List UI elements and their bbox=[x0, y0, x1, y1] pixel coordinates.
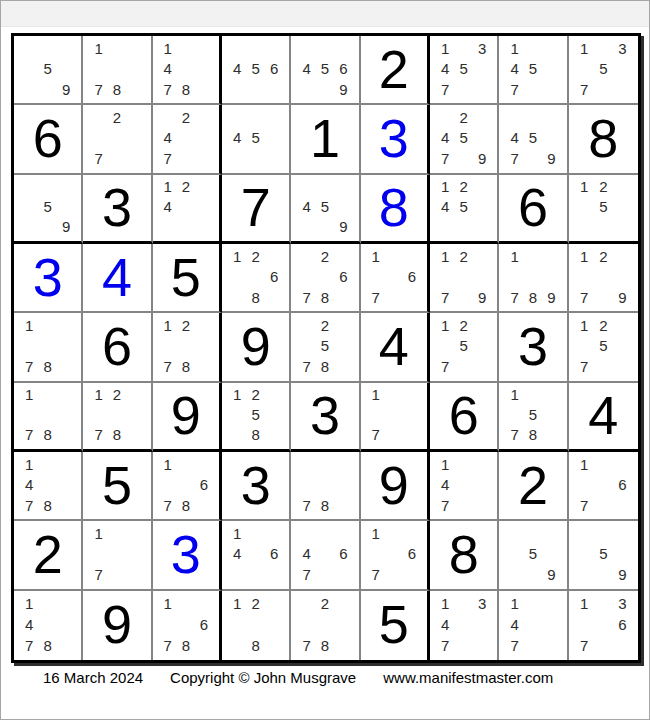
candidate-empty bbox=[177, 148, 195, 168]
candidate-digit: 4 bbox=[436, 474, 454, 494]
candidate-empty bbox=[385, 564, 403, 584]
cell-r7c7[interactable]: 147 bbox=[430, 452, 499, 521]
candidate-empty bbox=[159, 614, 177, 635]
candidate-empty bbox=[575, 217, 594, 237]
candidate-empty bbox=[228, 405, 246, 425]
candidate-empty bbox=[613, 266, 632, 286]
candidate-empty bbox=[367, 544, 385, 564]
cell-r3c9[interactable]: 125 bbox=[569, 175, 638, 244]
candidate-empty bbox=[454, 38, 472, 58]
candidate-empty bbox=[524, 385, 542, 405]
candidate-digit: 1 bbox=[436, 593, 454, 614]
candidate-digit: 1 bbox=[505, 593, 523, 614]
candidate-digit: 8 bbox=[108, 79, 126, 99]
candidate-digit: 3 bbox=[473, 38, 491, 58]
candidate-empty bbox=[594, 564, 613, 584]
candidate-empty bbox=[195, 495, 213, 515]
cell-r6c9[interactable]: 4 bbox=[569, 383, 638, 452]
candidate-empty bbox=[38, 454, 56, 474]
candidate-empty bbox=[57, 356, 75, 376]
cell-r7c4[interactable]: 3 bbox=[222, 452, 291, 521]
candidate-empty bbox=[38, 614, 56, 635]
candidate-empty bbox=[367, 405, 385, 425]
candidate-empty bbox=[367, 266, 385, 286]
cell-r4c1[interactable]: 3 bbox=[14, 244, 83, 313]
cell-r5c9[interactable]: 1257 bbox=[569, 313, 638, 382]
candidate-empty bbox=[575, 544, 594, 564]
candidate-empty bbox=[20, 58, 38, 78]
candidate-digit: 1 bbox=[159, 593, 177, 614]
cell-r9c8[interactable]: 147 bbox=[499, 591, 568, 660]
candidate-digit: 7 bbox=[89, 425, 107, 445]
candidate-empty bbox=[195, 336, 213, 356]
cell-r3c3[interactable]: 124 bbox=[153, 175, 222, 244]
candidates: 1278 bbox=[153, 313, 219, 380]
candidate-digit: 5 bbox=[524, 58, 542, 78]
candidate-digit: 8 bbox=[177, 79, 195, 99]
cell-r5c6[interactable]: 4 bbox=[361, 313, 430, 382]
candidate-digit: 6 bbox=[265, 58, 283, 78]
cell-r4c6[interactable]: 167 bbox=[361, 244, 430, 313]
candidate-empty bbox=[89, 405, 107, 425]
candidate-empty bbox=[385, 425, 403, 445]
candidate-digit: 5 bbox=[524, 128, 542, 148]
candidate-digit: 4 bbox=[20, 614, 38, 635]
candidate-empty bbox=[265, 385, 283, 405]
candidate-digit: 9 bbox=[57, 79, 75, 99]
candidate-empty bbox=[195, 217, 213, 237]
candidate-empty bbox=[297, 614, 315, 635]
candidate-digit: 7 bbox=[367, 425, 385, 445]
candidate-empty bbox=[524, 593, 542, 614]
candidate-empty bbox=[177, 217, 195, 237]
cell-r6c8[interactable]: 1578 bbox=[499, 383, 568, 452]
candidate-empty bbox=[228, 287, 246, 307]
candidate-empty bbox=[126, 38, 144, 58]
candidate-empty bbox=[542, 128, 560, 148]
cell-r7c3[interactable]: 1678 bbox=[153, 452, 222, 521]
candidate-digit: 1 bbox=[20, 454, 38, 474]
cell-r1c5[interactable]: 4569 bbox=[291, 36, 360, 105]
candidate-digit: 7 bbox=[20, 635, 38, 656]
cell-r9c6[interactable]: 5 bbox=[361, 591, 430, 660]
cell-r3c8[interactable]: 6 bbox=[499, 175, 568, 244]
cell-r8c6[interactable]: 167 bbox=[361, 521, 430, 590]
candidate-digit: 8 bbox=[177, 635, 195, 656]
candidates: 178 bbox=[83, 36, 150, 103]
candidate-digit: 7 bbox=[159, 79, 177, 99]
candidates: 1268 bbox=[222, 244, 289, 311]
candidate-empty bbox=[594, 454, 613, 474]
candidate-empty bbox=[594, 474, 613, 494]
candidate-empty bbox=[38, 315, 56, 335]
candidate-empty bbox=[542, 614, 560, 635]
candidate-empty bbox=[177, 58, 195, 78]
candidate-empty bbox=[57, 593, 75, 614]
candidate-digit: 7 bbox=[575, 356, 594, 376]
candidate-digit: 7 bbox=[367, 287, 385, 307]
candidate-empty bbox=[505, 523, 523, 543]
candidate-empty bbox=[126, 564, 144, 584]
candidate-empty bbox=[613, 544, 632, 564]
candidate-empty bbox=[524, 635, 542, 656]
cell-r1c8[interactable]: 1457 bbox=[499, 36, 568, 105]
candidate-empty bbox=[473, 128, 491, 148]
cell-r3c5[interactable]: 459 bbox=[291, 175, 360, 244]
candidate-empty bbox=[57, 474, 75, 494]
cell-r1c7[interactable]: 13457 bbox=[430, 36, 499, 105]
candidate-digit: 1 bbox=[367, 385, 385, 405]
candidate-digit: 6 bbox=[403, 544, 421, 564]
candidate-empty bbox=[542, 107, 560, 127]
cell-r6c3[interactable]: 9 bbox=[153, 383, 222, 452]
cell-r5c5[interactable]: 2578 bbox=[291, 313, 360, 382]
candidate-empty bbox=[575, 266, 594, 286]
cell-r6c6[interactable]: 17 bbox=[361, 383, 430, 452]
candidate-empty bbox=[195, 593, 213, 614]
candidate-digit: 2 bbox=[177, 315, 195, 335]
candidate-empty bbox=[246, 523, 264, 543]
candidate-empty bbox=[228, 425, 246, 445]
candidate-empty bbox=[454, 635, 472, 656]
cell-r6c7[interactable]: 6 bbox=[430, 383, 499, 452]
candidate-digit: 1 bbox=[575, 315, 594, 335]
candidate-empty bbox=[473, 79, 491, 99]
given-digit: 6 bbox=[518, 180, 548, 234]
candidate-empty bbox=[57, 635, 75, 656]
candidate-digit: 7 bbox=[297, 635, 315, 656]
candidate-empty bbox=[542, 593, 560, 614]
candidate-digit: 2 bbox=[246, 593, 264, 614]
candidate-digit: 5 bbox=[454, 197, 472, 217]
candidate-digit: 4 bbox=[20, 474, 38, 494]
candidate-empty bbox=[524, 79, 542, 99]
candidate-digit: 7 bbox=[367, 564, 385, 584]
footer-date: 16 March 2024 bbox=[43, 669, 143, 686]
candidate-empty bbox=[454, 356, 472, 376]
candidate-digit: 1 bbox=[575, 246, 594, 266]
candidate-empty bbox=[473, 266, 491, 286]
given-digit: 7 bbox=[241, 180, 271, 234]
candidate-digit: 1 bbox=[159, 177, 177, 197]
cell-r4c2[interactable]: 4 bbox=[83, 244, 152, 313]
candidate-digit: 6 bbox=[265, 266, 283, 286]
candidate-digit: 1 bbox=[436, 177, 454, 197]
candidate-digit: 2 bbox=[454, 246, 472, 266]
candidate-digit: 7 bbox=[159, 495, 177, 515]
given-digit: 8 bbox=[588, 111, 618, 165]
candidate-digit: 3 bbox=[613, 38, 632, 58]
candidate-empty bbox=[454, 287, 472, 307]
cell-r1c9[interactable]: 1357 bbox=[569, 36, 638, 105]
candidate-digit: 9 bbox=[57, 217, 75, 237]
candidate-empty bbox=[613, 246, 632, 266]
cell-r6c4[interactable]: 1258 bbox=[222, 383, 291, 452]
cell-r6c1[interactable]: 178 bbox=[14, 383, 83, 452]
candidate-digit: 2 bbox=[594, 315, 613, 335]
candidates: 2578 bbox=[291, 313, 358, 380]
candidate-empty bbox=[524, 564, 542, 584]
candidate-digit: 1 bbox=[228, 523, 246, 543]
cell-r3c7[interactable]: 1245 bbox=[430, 175, 499, 244]
candidates: 278 bbox=[291, 591, 358, 660]
candidate-digit: 5 bbox=[316, 58, 334, 78]
candidate-digit: 5 bbox=[246, 58, 264, 78]
cell-r9c2[interactable]: 9 bbox=[83, 591, 152, 660]
candidate-empty bbox=[505, 564, 523, 584]
candidate-digit: 5 bbox=[316, 197, 334, 217]
candidate-empty bbox=[108, 523, 126, 543]
cell-r2c3[interactable]: 247 bbox=[153, 105, 222, 174]
candidate-empty bbox=[177, 454, 195, 474]
cell-r2c2[interactable]: 27 bbox=[83, 105, 152, 174]
cell-r2c9[interactable]: 8 bbox=[569, 105, 638, 174]
cell-r1c6[interactable]: 2 bbox=[361, 36, 430, 105]
given-digit: 1 bbox=[310, 111, 340, 165]
candidate-empty bbox=[594, 287, 613, 307]
candidates: 1478 bbox=[14, 591, 81, 660]
cell-r4c9[interactable]: 1279 bbox=[569, 244, 638, 313]
cell-r3c4[interactable]: 7 bbox=[222, 175, 291, 244]
candidate-empty bbox=[613, 635, 632, 656]
cell-r8c7[interactable]: 8 bbox=[430, 521, 499, 590]
candidate-empty bbox=[613, 315, 632, 335]
candidate-empty bbox=[436, 107, 454, 127]
candidate-digit: 1 bbox=[436, 454, 454, 474]
candidate-empty bbox=[57, 315, 75, 335]
candidate-empty bbox=[505, 544, 523, 564]
candidate-empty bbox=[159, 336, 177, 356]
candidate-empty bbox=[334, 593, 352, 614]
candidate-empty bbox=[297, 246, 315, 266]
candidate-empty bbox=[334, 38, 352, 58]
candidates: 78 bbox=[291, 452, 358, 519]
candidates: 59 bbox=[14, 175, 81, 241]
candidate-empty bbox=[126, 148, 144, 168]
candidate-empty bbox=[542, 38, 560, 58]
cell-r2c1[interactable]: 6 bbox=[14, 105, 83, 174]
candidate-empty bbox=[473, 495, 491, 515]
entered-digit: 3 bbox=[171, 527, 201, 581]
candidate-digit: 6 bbox=[403, 266, 421, 286]
candidate-empty bbox=[89, 58, 107, 78]
cell-r5c1[interactable]: 178 bbox=[14, 313, 83, 382]
given-digit: 5 bbox=[379, 597, 409, 651]
candidate-empty bbox=[454, 454, 472, 474]
candidate-empty bbox=[473, 635, 491, 656]
candidates: 146 bbox=[222, 521, 289, 588]
candidate-empty bbox=[316, 474, 334, 494]
candidates: 178 bbox=[14, 313, 81, 380]
cell-r7c1[interactable]: 1478 bbox=[14, 452, 83, 521]
candidate-empty bbox=[195, 454, 213, 474]
cell-r8c8[interactable]: 59 bbox=[499, 521, 568, 590]
candidate-empty bbox=[108, 38, 126, 58]
candidates: 1278 bbox=[83, 383, 150, 449]
candidate-empty bbox=[228, 614, 246, 635]
cell-r3c1[interactable]: 59 bbox=[14, 175, 83, 244]
candidate-empty bbox=[594, 38, 613, 58]
candidate-empty bbox=[246, 38, 264, 58]
candidate-digit: 5 bbox=[246, 405, 264, 425]
candidates: 167 bbox=[569, 452, 638, 519]
candidate-digit: 2 bbox=[454, 315, 472, 335]
cell-r9c7[interactable]: 1347 bbox=[430, 591, 499, 660]
cell-r8c1[interactable]: 2 bbox=[14, 521, 83, 590]
candidate-empty bbox=[38, 474, 56, 494]
cell-r7c5[interactable]: 78 bbox=[291, 452, 360, 521]
cell-r1c4[interactable]: 456 bbox=[222, 36, 291, 105]
candidate-digit: 9 bbox=[473, 148, 491, 168]
candidate-digit: 2 bbox=[108, 107, 126, 127]
cell-r6c2[interactable]: 1278 bbox=[83, 383, 152, 452]
candidate-digit: 7 bbox=[575, 495, 594, 515]
cell-r7c8[interactable]: 2 bbox=[499, 452, 568, 521]
candidate-empty bbox=[297, 336, 315, 356]
candidate-empty bbox=[177, 197, 195, 217]
candidate-empty bbox=[89, 544, 107, 564]
candidate-empty bbox=[316, 614, 334, 635]
cell-r4c4[interactable]: 1268 bbox=[222, 244, 291, 313]
candidate-empty bbox=[385, 523, 403, 543]
candidate-empty bbox=[473, 315, 491, 335]
entered-digit: 3 bbox=[33, 250, 63, 304]
cell-r5c2[interactable]: 6 bbox=[83, 313, 152, 382]
cell-r7c9[interactable]: 167 bbox=[569, 452, 638, 521]
cell-r2c8[interactable]: 4579 bbox=[499, 105, 568, 174]
cell-r3c2[interactable]: 3 bbox=[83, 175, 152, 244]
candidate-digit: 7 bbox=[297, 356, 315, 376]
cell-r8c3[interactable]: 3 bbox=[153, 521, 222, 590]
cell-r5c7[interactable]: 1257 bbox=[430, 313, 499, 382]
sudoku-board: 5917814784564569213457145713576272474513… bbox=[11, 33, 641, 663]
candidate-empty bbox=[265, 246, 283, 266]
cell-r8c4[interactable]: 146 bbox=[222, 521, 291, 590]
candidate-digit: 6 bbox=[265, 544, 283, 564]
candidate-empty bbox=[505, 107, 523, 127]
cell-r8c9[interactable]: 59 bbox=[569, 521, 638, 590]
given-digit: 2 bbox=[33, 527, 63, 581]
cell-r4c7[interactable]: 1279 bbox=[430, 244, 499, 313]
candidate-digit: 8 bbox=[108, 425, 126, 445]
candidates: 59 bbox=[14, 36, 81, 103]
cell-r9c3[interactable]: 1678 bbox=[153, 591, 222, 660]
cell-r7c6[interactable]: 9 bbox=[361, 452, 430, 521]
entered-digit: 8 bbox=[379, 180, 409, 234]
cell-r2c7[interactable]: 24579 bbox=[430, 105, 499, 174]
candidate-empty bbox=[265, 128, 283, 148]
candidate-empty bbox=[195, 177, 213, 197]
cell-r5c3[interactable]: 1278 bbox=[153, 313, 222, 382]
cell-r4c5[interactable]: 2678 bbox=[291, 244, 360, 313]
candidate-empty bbox=[38, 593, 56, 614]
candidate-empty bbox=[108, 564, 126, 584]
candidates: 4579 bbox=[499, 105, 566, 172]
candidate-digit: 5 bbox=[454, 58, 472, 78]
candidates: 1457 bbox=[499, 36, 566, 103]
candidate-digit: 7 bbox=[297, 287, 315, 307]
candidate-empty bbox=[20, 217, 38, 237]
candidate-digit: 3 bbox=[473, 593, 491, 614]
cell-r8c5[interactable]: 467 bbox=[291, 521, 360, 590]
candidate-empty bbox=[265, 79, 283, 99]
candidate-empty bbox=[594, 593, 613, 614]
cell-r9c4[interactable]: 128 bbox=[222, 591, 291, 660]
cell-r2c6[interactable]: 3 bbox=[361, 105, 430, 174]
candidate-empty bbox=[38, 79, 56, 99]
candidate-digit: 4 bbox=[159, 58, 177, 78]
given-digit: 4 bbox=[379, 319, 409, 373]
candidate-empty bbox=[454, 495, 472, 515]
cell-r7c2[interactable]: 5 bbox=[83, 452, 152, 521]
candidates: 2678 bbox=[291, 244, 358, 311]
candidate-digit: 8 bbox=[316, 635, 334, 656]
candidate-empty bbox=[334, 564, 352, 584]
candidate-empty bbox=[334, 454, 352, 474]
candidate-empty bbox=[126, 107, 144, 127]
candidates: 1789 bbox=[499, 244, 566, 311]
cell-r2c5[interactable]: 1 bbox=[291, 105, 360, 174]
cell-r9c1[interactable]: 1478 bbox=[14, 591, 83, 660]
given-digit: 5 bbox=[171, 250, 201, 304]
cell-r6c5[interactable]: 3 bbox=[291, 383, 360, 452]
candidate-empty bbox=[228, 79, 246, 99]
cell-r1c3[interactable]: 1478 bbox=[153, 36, 222, 105]
candidate-empty bbox=[316, 79, 334, 99]
candidate-empty bbox=[613, 356, 632, 376]
candidate-empty bbox=[20, 336, 38, 356]
cell-r4c3[interactable]: 5 bbox=[153, 244, 222, 313]
cell-r3c6[interactable]: 8 bbox=[361, 175, 430, 244]
candidate-empty bbox=[126, 128, 144, 148]
candidate-empty bbox=[38, 405, 56, 425]
candidates: 13457 bbox=[430, 36, 497, 103]
candidate-digit: 4 bbox=[228, 128, 246, 148]
candidate-empty bbox=[177, 128, 195, 148]
candidate-empty bbox=[316, 177, 334, 197]
cell-r2c4[interactable]: 45 bbox=[222, 105, 291, 174]
cell-r1c2[interactable]: 178 bbox=[83, 36, 152, 105]
candidate-empty bbox=[334, 177, 352, 197]
candidate-empty bbox=[613, 177, 632, 197]
cell-r9c9[interactable]: 1367 bbox=[569, 591, 638, 660]
candidate-empty bbox=[195, 38, 213, 58]
cell-r4c8[interactable]: 1789 bbox=[499, 244, 568, 313]
cell-r5c8[interactable]: 3 bbox=[499, 313, 568, 382]
candidates: 1578 bbox=[499, 383, 566, 449]
candidate-digit: 1 bbox=[228, 593, 246, 614]
candidate-digit: 4 bbox=[436, 614, 454, 635]
cell-r5c4[interactable]: 9 bbox=[222, 313, 291, 382]
candidate-empty bbox=[334, 523, 352, 543]
footer-website: www.manifestmaster.com bbox=[383, 669, 553, 686]
cell-r8c2[interactable]: 17 bbox=[83, 521, 152, 590]
candidate-empty bbox=[524, 38, 542, 58]
cell-r9c5[interactable]: 278 bbox=[291, 591, 360, 660]
given-digit: 8 bbox=[449, 527, 479, 581]
candidates: 124 bbox=[153, 175, 219, 241]
candidate-empty bbox=[297, 266, 315, 286]
candidate-digit: 6 bbox=[613, 474, 632, 494]
candidate-digit: 8 bbox=[246, 425, 264, 445]
given-digit: 9 bbox=[241, 319, 271, 373]
cell-r1c1[interactable]: 59 bbox=[14, 36, 83, 105]
candidate-empty bbox=[57, 177, 75, 197]
candidates: 125 bbox=[569, 175, 638, 241]
candidate-empty bbox=[108, 58, 126, 78]
candidate-digit: 9 bbox=[542, 287, 560, 307]
candidate-empty bbox=[436, 266, 454, 286]
